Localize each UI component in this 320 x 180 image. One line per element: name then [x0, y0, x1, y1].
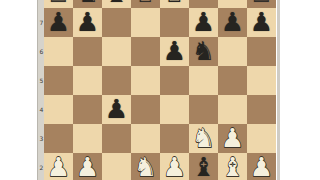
square-f5[interactable]: [189, 66, 218, 95]
white-bishop-g2[interactable]: ♝: [218, 153, 247, 180]
black-king-e8[interactable]: ♚: [160, 0, 189, 8]
black-pawn-b7[interactable]: ♟: [73, 8, 102, 37]
board-right-border: [277, 0, 280, 180]
square-e6[interactable]: ♟: [160, 37, 189, 66]
white-pawn-h2[interactable]: ♟: [247, 153, 276, 180]
square-d6[interactable]: [131, 37, 160, 66]
square-a7[interactable]: ♟: [44, 8, 73, 37]
square-b4[interactable]: [73, 95, 102, 124]
square-f3[interactable]: ♞: [189, 124, 218, 153]
square-g4[interactable]: [218, 95, 247, 124]
square-c5[interactable]: [102, 66, 131, 95]
square-e2[interactable]: ♟: [160, 153, 189, 180]
square-b5[interactable]: [73, 66, 102, 95]
square-a5[interactable]: [44, 66, 73, 95]
square-b6[interactable]: [73, 37, 102, 66]
square-e8[interactable]: ♚: [160, 0, 189, 8]
square-c7[interactable]: [102, 8, 131, 37]
black-knight-f6[interactable]: ♞: [189, 37, 218, 66]
black-pawn-g7[interactable]: ♟: [218, 8, 247, 37]
black-pawn-f7[interactable]: ♟: [189, 8, 218, 37]
white-pawn-g3[interactable]: ♟: [218, 124, 247, 153]
white-pawn-e2[interactable]: ♟: [160, 153, 189, 180]
black-queen-d8[interactable]: ♛: [131, 0, 160, 8]
black-pawn-e6[interactable]: ♟: [160, 37, 189, 66]
square-e5[interactable]: [160, 66, 189, 95]
square-e7[interactable]: [160, 8, 189, 37]
black-pawn-c4[interactable]: ♟: [102, 95, 131, 124]
board[interactable]: ♜♞♝♛♚♜♟♟♟♟♟♟♞♟♞♟♟♟♞♟♝♝♟: [44, 0, 276, 180]
square-b2[interactable]: ♟: [73, 153, 102, 180]
square-d4[interactable]: [131, 95, 160, 124]
square-d3[interactable]: [131, 124, 160, 153]
white-knight-d2[interactable]: ♞: [131, 153, 160, 180]
square-h7[interactable]: ♟: [247, 8, 276, 37]
black-bishop-c8[interactable]: ♝: [102, 0, 131, 8]
square-f7[interactable]: ♟: [189, 8, 218, 37]
square-g7[interactable]: ♟: [218, 8, 247, 37]
square-c4[interactable]: ♟: [102, 95, 131, 124]
square-h2[interactable]: ♟: [247, 153, 276, 180]
square-g6[interactable]: [218, 37, 247, 66]
square-a6[interactable]: [44, 37, 73, 66]
square-h4[interactable]: [247, 95, 276, 124]
square-b3[interactable]: [73, 124, 102, 153]
white-pawn-a2[interactable]: ♟: [44, 153, 73, 180]
square-a2[interactable]: ♟: [44, 153, 73, 180]
chess-diagram: 87654321 ♜♞♝♛♚♜♟♟♟♟♟♟♞♟♞♟♟♟♞♟♝♝♟: [0, 0, 320, 180]
square-f6[interactable]: ♞: [189, 37, 218, 66]
square-c8[interactable]: ♝: [102, 0, 131, 8]
square-g2[interactable]: ♝: [218, 153, 247, 180]
square-c3[interactable]: [102, 124, 131, 153]
square-e4[interactable]: [160, 95, 189, 124]
square-g5[interactable]: [218, 66, 247, 95]
square-d5[interactable]: [131, 66, 160, 95]
square-h6[interactable]: [247, 37, 276, 66]
white-knight-f3[interactable]: ♞: [189, 124, 218, 153]
square-d8[interactable]: ♛: [131, 0, 160, 8]
square-c6[interactable]: [102, 37, 131, 66]
square-a3[interactable]: [44, 124, 73, 153]
black-pawn-a7[interactable]: ♟: [44, 8, 73, 37]
square-f2[interactable]: ♝: [189, 153, 218, 180]
square-b7[interactable]: ♟: [73, 8, 102, 37]
square-c2[interactable]: [102, 153, 131, 180]
square-a4[interactable]: [44, 95, 73, 124]
white-pawn-b2[interactable]: ♟: [73, 153, 102, 180]
black-bishop-f2[interactable]: ♝: [189, 153, 218, 180]
square-g3[interactable]: ♟: [218, 124, 247, 153]
square-h3[interactable]: [247, 124, 276, 153]
square-e3[interactable]: [160, 124, 189, 153]
square-h5[interactable]: [247, 66, 276, 95]
black-pawn-h7[interactable]: ♟: [247, 8, 276, 37]
square-d2[interactable]: ♞: [131, 153, 160, 180]
square-d7[interactable]: [131, 8, 160, 37]
square-f4[interactable]: [189, 95, 218, 124]
